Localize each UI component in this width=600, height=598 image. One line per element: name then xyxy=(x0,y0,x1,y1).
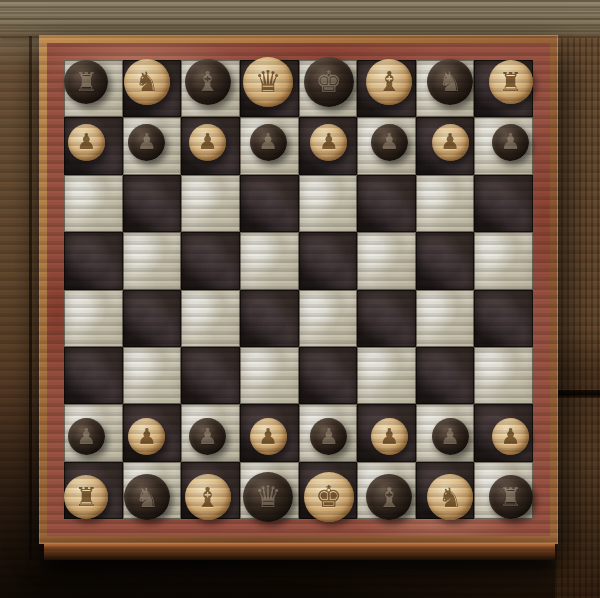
pawn-glyph: ♟ xyxy=(319,426,339,448)
piece-base-disc xyxy=(310,124,347,161)
piece-base-disc xyxy=(492,418,529,455)
pawn-glyph: ♟ xyxy=(137,131,157,153)
square-b2[interactable]: ♟ xyxy=(123,404,182,461)
piece-base-disc xyxy=(250,418,287,455)
piece-black-rook-a8[interactable]: ♜ xyxy=(64,60,108,104)
square-f1[interactable]: ♝ xyxy=(357,462,416,519)
piece-base-disc xyxy=(124,474,170,520)
piece-white-pawn-c7[interactable]: ♟ xyxy=(189,124,226,161)
pawn-glyph: ♟ xyxy=(76,131,96,153)
square-c6[interactable] xyxy=(181,175,240,232)
square-c5[interactable] xyxy=(181,232,240,289)
piece-black-pawn-b7[interactable]: ♟ xyxy=(128,124,165,161)
piece-base-disc xyxy=(432,418,469,455)
square-h8[interactable]: ♜ xyxy=(474,60,533,117)
square-g7[interactable]: ♟ xyxy=(416,117,475,174)
piece-white-king-e1[interactable]: ♚ xyxy=(304,472,354,522)
square-d8[interactable]: ♛ xyxy=(240,60,299,117)
piece-base-disc xyxy=(304,472,354,522)
piece-base-disc xyxy=(124,59,170,105)
square-f5[interactable] xyxy=(357,232,416,289)
piece-black-pawn-e2[interactable]: ♟ xyxy=(310,418,347,455)
piece-white-queen-d8[interactable]: ♛ xyxy=(243,57,293,107)
pawn-glyph: ♟ xyxy=(440,426,460,448)
square-d1[interactable]: ♛ xyxy=(240,462,299,519)
piece-base-disc xyxy=(310,418,347,455)
square-b7[interactable]: ♟ xyxy=(123,117,182,174)
square-a6[interactable] xyxy=(64,175,123,232)
board-bottom-edge xyxy=(44,543,555,560)
queen-glyph: ♛ xyxy=(255,67,282,97)
piece-base-disc xyxy=(243,472,293,522)
piece-base-disc xyxy=(68,124,105,161)
piece-white-knight-b8[interactable]: ♞ xyxy=(124,59,170,105)
square-g4[interactable] xyxy=(416,290,475,347)
square-h2[interactable]: ♟ xyxy=(474,404,533,461)
rook-glyph: ♜ xyxy=(75,484,98,510)
square-h4[interactable] xyxy=(474,290,533,347)
square-c8[interactable]: ♝ xyxy=(181,60,240,117)
piece-base-disc xyxy=(371,418,408,455)
piece-base-disc xyxy=(185,59,231,105)
bishop-glyph: ♝ xyxy=(377,68,401,95)
pawn-glyph: ♟ xyxy=(501,131,521,153)
square-a2[interactable]: ♟ xyxy=(64,404,123,461)
piece-white-rook-a1[interactable]: ♜ xyxy=(64,475,108,519)
square-b3[interactable] xyxy=(123,347,182,404)
bishop-glyph: ♝ xyxy=(377,484,401,511)
piece-black-bishop-f1[interactable]: ♝ xyxy=(366,474,412,520)
square-a8[interactable]: ♜ xyxy=(64,60,123,117)
pawn-glyph: ♟ xyxy=(137,426,157,448)
piece-black-pawn-d7[interactable]: ♟ xyxy=(250,124,287,161)
pawn-glyph: ♟ xyxy=(501,426,521,448)
square-g3[interactable] xyxy=(416,347,475,404)
bishop-glyph: ♝ xyxy=(195,484,219,511)
square-h1[interactable]: ♜ xyxy=(474,462,533,519)
square-h6[interactable] xyxy=(474,175,533,232)
square-e4[interactable] xyxy=(299,290,358,347)
square-e5[interactable] xyxy=(299,232,358,289)
piece-base-disc xyxy=(366,59,412,105)
rook-glyph: ♜ xyxy=(499,484,522,510)
square-g5[interactable] xyxy=(416,232,475,289)
piece-white-bishop-c1[interactable]: ♝ xyxy=(185,474,231,520)
piece-base-disc xyxy=(250,124,287,161)
square-d5[interactable] xyxy=(240,232,299,289)
piece-black-pawn-h7[interactable]: ♟ xyxy=(492,124,529,161)
square-g8[interactable]: ♞ xyxy=(416,60,475,117)
square-a1[interactable]: ♜ xyxy=(64,462,123,519)
piece-base-disc xyxy=(128,124,165,161)
square-c7[interactable]: ♟ xyxy=(181,117,240,174)
piece-black-rook-h1[interactable]: ♜ xyxy=(489,475,533,519)
piece-white-bishop-f8[interactable]: ♝ xyxy=(366,59,412,105)
piece-base-disc xyxy=(64,60,108,104)
square-c1[interactable]: ♝ xyxy=(181,462,240,519)
piece-white-knight-g1[interactable]: ♞ xyxy=(427,474,473,520)
piece-base-disc xyxy=(189,124,226,161)
piece-base-disc xyxy=(243,57,293,107)
square-f6[interactable] xyxy=(357,175,416,232)
square-h3[interactable] xyxy=(474,347,533,404)
plank-seam-left xyxy=(29,36,32,560)
rook-glyph: ♜ xyxy=(75,69,98,95)
piece-base-disc xyxy=(366,474,412,520)
bishop-glyph: ♝ xyxy=(195,68,219,95)
piece-black-queen-d1[interactable]: ♛ xyxy=(243,472,293,522)
board-red-marble-border: ♜♞♝♛♚♝♞♜♟♟♟♟♟♟♟♟♟♟♟♟♟♟♟♟♜♞♝♛♚♝♞♜ xyxy=(47,43,550,536)
pawn-glyph: ♟ xyxy=(258,131,278,153)
piece-base-disc xyxy=(185,474,231,520)
rook-glyph: ♜ xyxy=(499,69,522,95)
pawn-glyph: ♟ xyxy=(258,426,278,448)
square-a4[interactable] xyxy=(64,290,123,347)
table-surface: ♜♞♝♛♚♝♞♜♟♟♟♟♟♟♟♟♟♟♟♟♟♟♟♟♜♞♝♛♚♝♞♜ xyxy=(0,0,600,598)
piece-black-king-e8[interactable]: ♚ xyxy=(304,57,354,107)
square-a7[interactable]: ♟ xyxy=(64,117,123,174)
piece-white-pawn-d2[interactable]: ♟ xyxy=(250,418,287,455)
king-glyph: ♚ xyxy=(315,67,342,97)
square-e6[interactable] xyxy=(299,175,358,232)
square-e8[interactable]: ♚ xyxy=(299,60,358,117)
square-b4[interactable] xyxy=(123,290,182,347)
piece-base-disc xyxy=(492,124,529,161)
knight-glyph: ♞ xyxy=(438,484,462,511)
king-glyph: ♚ xyxy=(315,482,342,512)
piece-base-disc xyxy=(489,60,533,104)
square-c4[interactable] xyxy=(181,290,240,347)
pawn-glyph: ♟ xyxy=(319,131,339,153)
square-a5[interactable] xyxy=(64,232,123,289)
wood-plank-right xyxy=(555,38,600,598)
square-h5[interactable] xyxy=(474,232,533,289)
piece-black-bishop-c8[interactable]: ♝ xyxy=(185,59,231,105)
piece-white-rook-h8[interactable]: ♜ xyxy=(489,60,533,104)
knight-glyph: ♞ xyxy=(135,484,159,511)
piece-black-knight-g8[interactable]: ♞ xyxy=(427,59,473,105)
piece-black-knight-b1[interactable]: ♞ xyxy=(124,474,170,520)
square-g1[interactable]: ♞ xyxy=(416,462,475,519)
piece-black-pawn-c2[interactable]: ♟ xyxy=(189,418,226,455)
square-b8[interactable]: ♞ xyxy=(123,60,182,117)
square-d2[interactable]: ♟ xyxy=(240,404,299,461)
piece-white-pawn-h2[interactable]: ♟ xyxy=(492,418,529,455)
square-c2[interactable]: ♟ xyxy=(181,404,240,461)
square-f3[interactable] xyxy=(357,347,416,404)
square-g2[interactable]: ♟ xyxy=(416,404,475,461)
square-b1[interactable]: ♞ xyxy=(123,462,182,519)
piece-base-disc xyxy=(68,418,105,455)
square-b5[interactable] xyxy=(123,232,182,289)
queen-glyph: ♛ xyxy=(255,482,282,512)
plank-gap-line xyxy=(555,390,600,398)
piece-base-disc xyxy=(432,124,469,161)
piece-base-disc xyxy=(427,474,473,520)
board-wood-frame: ♜♞♝♛♚♝♞♜♟♟♟♟♟♟♟♟♟♟♟♟♟♟♟♟♜♞♝♛♚♝♞♜ xyxy=(40,36,557,543)
pawn-glyph: ♟ xyxy=(440,131,460,153)
piece-base-disc xyxy=(128,418,165,455)
piece-white-pawn-a7[interactable]: ♟ xyxy=(68,124,105,161)
piece-base-disc xyxy=(371,124,408,161)
pawn-glyph: ♟ xyxy=(380,426,400,448)
piece-base-disc xyxy=(489,475,533,519)
piece-base-disc xyxy=(427,59,473,105)
square-e2[interactable]: ♟ xyxy=(299,404,358,461)
pawn-glyph: ♟ xyxy=(76,426,96,448)
square-f2[interactable]: ♟ xyxy=(357,404,416,461)
wood-plank-top xyxy=(0,0,600,38)
square-e1[interactable]: ♚ xyxy=(299,462,358,519)
square-d4[interactable] xyxy=(240,290,299,347)
square-b6[interactable] xyxy=(123,175,182,232)
square-d7[interactable]: ♟ xyxy=(240,117,299,174)
chess-board: ♜♞♝♛♚♝♞♜♟♟♟♟♟♟♟♟♟♟♟♟♟♟♟♟♜♞♝♛♚♝♞♜ xyxy=(40,36,557,543)
piece-base-disc xyxy=(304,57,354,107)
square-a3[interactable] xyxy=(64,347,123,404)
piece-base-disc xyxy=(64,475,108,519)
piece-black-pawn-g2[interactable]: ♟ xyxy=(432,418,469,455)
knight-glyph: ♞ xyxy=(135,68,159,95)
piece-white-pawn-f2[interactable]: ♟ xyxy=(371,418,408,455)
pawn-glyph: ♟ xyxy=(198,426,218,448)
piece-white-pawn-e7[interactable]: ♟ xyxy=(310,124,347,161)
square-d6[interactable] xyxy=(240,175,299,232)
square-h7[interactable]: ♟ xyxy=(474,117,533,174)
piece-white-pawn-b2[interactable]: ♟ xyxy=(128,418,165,455)
pawn-glyph: ♟ xyxy=(198,131,218,153)
square-c3[interactable] xyxy=(181,347,240,404)
square-f7[interactable]: ♟ xyxy=(357,117,416,174)
piece-base-disc xyxy=(189,418,226,455)
piece-white-pawn-g7[interactable]: ♟ xyxy=(432,124,469,161)
piece-black-pawn-a2[interactable]: ♟ xyxy=(68,418,105,455)
square-f4[interactable] xyxy=(357,290,416,347)
board-grid: ♜♞♝♛♚♝♞♜♟♟♟♟♟♟♟♟♟♟♟♟♟♟♟♟♜♞♝♛♚♝♞♜ xyxy=(64,60,533,519)
pawn-glyph: ♟ xyxy=(380,131,400,153)
square-g6[interactable] xyxy=(416,175,475,232)
knight-glyph: ♞ xyxy=(438,68,462,95)
square-d3[interactable] xyxy=(240,347,299,404)
piece-black-pawn-f7[interactable]: ♟ xyxy=(371,124,408,161)
square-e7[interactable]: ♟ xyxy=(299,117,358,174)
square-e3[interactable] xyxy=(299,347,358,404)
square-f8[interactable]: ♝ xyxy=(357,60,416,117)
